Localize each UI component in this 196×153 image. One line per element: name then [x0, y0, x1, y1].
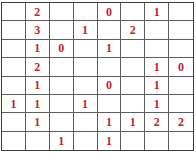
grid-cell[interactable]: 1 — [2, 95, 26, 113]
grid-cell[interactable] — [169, 40, 193, 58]
grid-cell[interactable] — [50, 58, 74, 76]
grid-cell[interactable]: 1 — [74, 95, 98, 113]
clue-number: 2 — [130, 24, 136, 36]
grid-cell[interactable] — [2, 40, 26, 58]
grid-cell[interactable] — [169, 3, 193, 21]
grid-cell[interactable] — [145, 21, 169, 39]
grid-cell[interactable] — [74, 40, 98, 58]
grid-cell[interactable]: 1 — [145, 58, 169, 76]
grid-cell[interactable] — [50, 95, 74, 113]
clue-number: 1 — [106, 42, 112, 54]
grid-cell[interactable] — [74, 77, 98, 95]
clue-number: 1 — [34, 79, 40, 91]
grid-cell[interactable] — [169, 132, 193, 150]
clue-number: 2 — [154, 116, 160, 128]
grid-cell[interactable]: 1 — [98, 40, 122, 58]
grid-cell[interactable] — [2, 77, 26, 95]
grid-cell[interactable]: 2 — [121, 21, 145, 39]
grid-cell[interactable]: 1 — [145, 3, 169, 21]
grid-cell[interactable] — [169, 95, 193, 113]
grid-cell[interactable]: 1 — [98, 132, 122, 150]
grid-cell[interactable] — [50, 21, 74, 39]
grid-cell[interactable]: 0 — [98, 77, 122, 95]
grid-cell[interactable] — [50, 3, 74, 21]
grid-cell[interactable] — [74, 132, 98, 150]
clue-number: 1 — [106, 116, 112, 128]
clue-number: 2 — [178, 116, 184, 128]
grid-cell[interactable] — [169, 77, 193, 95]
clue-number: 1 — [154, 98, 160, 110]
grid-cell[interactable] — [121, 132, 145, 150]
clue-number: 1 — [34, 98, 40, 110]
grid-cell[interactable] — [26, 132, 50, 150]
clue-number: 1 — [34, 116, 40, 128]
grid-cell[interactable] — [2, 58, 26, 76]
grid-cell[interactable]: 1 — [26, 95, 50, 113]
grid-cell[interactable] — [121, 95, 145, 113]
grid-cell[interactable]: 2 — [26, 58, 50, 76]
clue-number: 1 — [82, 24, 88, 36]
grid-cell[interactable] — [121, 77, 145, 95]
grid-cell[interactable]: 2 — [145, 113, 169, 131]
clue-number: 0 — [178, 61, 184, 73]
grid-cell[interactable]: 0 — [169, 58, 193, 76]
grid-cell[interactable] — [2, 113, 26, 131]
clue-number: 1 — [82, 98, 88, 110]
grid-cell[interactable] — [98, 95, 122, 113]
grid-cell[interactable] — [74, 113, 98, 131]
grid-cell[interactable]: 1 — [74, 21, 98, 39]
clue-number: 2 — [34, 6, 40, 18]
grid-cell[interactable]: 0 — [50, 40, 74, 58]
grid-cell[interactable] — [2, 132, 26, 150]
grid-cell[interactable] — [98, 21, 122, 39]
puzzle-grid: 20131210121010111111112211 — [1, 2, 194, 151]
grid-cell[interactable] — [121, 40, 145, 58]
grid-cell[interactable] — [121, 58, 145, 76]
grid-cell[interactable]: 1 — [26, 113, 50, 131]
grid-cell[interactable] — [169, 21, 193, 39]
grid-cell[interactable]: 2 — [26, 3, 50, 21]
grid-cell[interactable]: 1 — [26, 77, 50, 95]
clue-number: 1 — [130, 116, 136, 128]
grid-cell[interactable]: 2 — [169, 113, 193, 131]
clue-number: 1 — [34, 42, 40, 54]
clue-number: 0 — [106, 79, 112, 91]
grid-cell[interactable]: 1 — [50, 132, 74, 150]
grid-cell[interactable]: 1 — [145, 77, 169, 95]
grid-cell[interactable] — [2, 21, 26, 39]
clue-number: 0 — [58, 42, 64, 54]
grid-cell[interactable]: 1 — [121, 113, 145, 131]
grid-cell[interactable] — [145, 132, 169, 150]
grid-cell[interactable] — [121, 3, 145, 21]
clue-number: 1 — [154, 61, 160, 73]
grid-cell[interactable] — [50, 113, 74, 131]
grid-cell[interactable]: 1 — [26, 40, 50, 58]
clue-number: 2 — [34, 61, 40, 73]
grid-cell[interactable] — [2, 3, 26, 21]
grid-cell[interactable] — [98, 58, 122, 76]
clue-number: 0 — [106, 6, 112, 18]
clue-number: 1 — [154, 79, 160, 91]
grid-cell[interactable] — [74, 3, 98, 21]
grid-cell[interactable]: 0 — [98, 3, 122, 21]
grid-cell[interactable]: 3 — [26, 21, 50, 39]
clue-number: 1 — [58, 135, 64, 147]
clue-number: 1 — [10, 98, 16, 110]
grid-cell[interactable] — [145, 40, 169, 58]
grid-cell[interactable] — [74, 58, 98, 76]
grid-cell[interactable]: 1 — [98, 113, 122, 131]
grid-cell[interactable] — [50, 77, 74, 95]
clue-number: 1 — [106, 135, 112, 147]
clue-number: 1 — [154, 6, 160, 18]
grid-cell[interactable]: 1 — [145, 95, 169, 113]
clue-number: 3 — [34, 24, 40, 36]
